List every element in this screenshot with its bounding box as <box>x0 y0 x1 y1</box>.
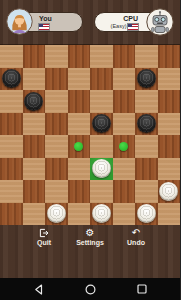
white-piece[interactable] <box>47 204 66 223</box>
board-square-e1[interactable] <box>90 203 113 226</box>
us-flag-icon <box>128 24 138 30</box>
board-square-b8[interactable] <box>23 45 46 68</box>
undo-label: Undo <box>127 239 145 246</box>
robot-avatar <box>146 8 174 40</box>
board-square-g7[interactable] <box>135 68 158 91</box>
board-square-f7[interactable] <box>113 68 136 91</box>
board-square-f2[interactable] <box>113 180 136 203</box>
move-hint-dot[interactable] <box>74 142 83 151</box>
board-square-b3[interactable] <box>23 158 46 181</box>
board <box>0 45 180 225</box>
quit-button[interactable]: Quit <box>22 228 66 246</box>
board-square-d5[interactable] <box>68 113 91 136</box>
board-square-a1[interactable] <box>0 203 23 226</box>
player-you-name: You <box>39 15 82 23</box>
board-square-b6[interactable] <box>23 90 46 113</box>
board-square-e2[interactable] <box>90 180 113 203</box>
board-square-d8[interactable] <box>68 45 91 68</box>
board-square-b1[interactable] <box>23 203 46 226</box>
black-piece[interactable] <box>137 114 156 133</box>
board-square-c8[interactable] <box>45 45 68 68</box>
black-piece[interactable] <box>137 69 156 88</box>
move-hint-dot[interactable] <box>119 142 128 151</box>
board-square-c5[interactable] <box>45 113 68 136</box>
board-square-a7[interactable] <box>0 68 23 91</box>
board-square-g5[interactable] <box>135 113 158 136</box>
home-icon[interactable] <box>84 283 96 295</box>
header: You CPU (Easy) <box>0 0 180 45</box>
player-cpu-name: CPU <box>95 15 138 23</box>
exit-icon <box>39 228 49 238</box>
board-square-e7[interactable] <box>90 68 113 91</box>
board-square-c7[interactable] <box>45 68 68 91</box>
quit-label: Quit <box>37 239 51 246</box>
white-piece-selected[interactable] <box>92 159 111 178</box>
board-square-g1[interactable] <box>135 203 158 226</box>
board-square-f8[interactable] <box>113 45 136 68</box>
board-square-a3[interactable] <box>0 158 23 181</box>
board-square-a8[interactable] <box>0 45 23 68</box>
app-screen: You CPU (Easy) <box>0 0 180 300</box>
recents-icon[interactable] <box>136 283 148 295</box>
board-square-g2[interactable] <box>135 180 158 203</box>
board-square-a4[interactable] <box>0 135 23 158</box>
board-square-g8[interactable] <box>135 45 158 68</box>
android-navbar <box>0 278 180 300</box>
white-piece[interactable] <box>92 204 111 223</box>
board-square-b5[interactable] <box>23 113 46 136</box>
board-square-d1[interactable] <box>68 203 91 226</box>
woman-avatar <box>6 8 33 39</box>
board-square-d4[interactable] <box>68 135 91 158</box>
board-square-c2[interactable] <box>45 180 68 203</box>
player-cpu-difficulty: (Easy) <box>111 23 127 29</box>
gear-icon: ⚙ <box>86 228 95 238</box>
board-square-b7[interactable] <box>23 68 46 91</box>
board-square-f1[interactable] <box>113 203 136 226</box>
board-square-h7[interactable] <box>158 68 181 91</box>
board-square-g4[interactable] <box>135 135 158 158</box>
board-square-h5[interactable] <box>158 113 181 136</box>
undo-icon: ↶ <box>132 228 140 238</box>
board-square-g6[interactable] <box>135 90 158 113</box>
black-piece[interactable] <box>24 92 43 111</box>
board-square-f5[interactable] <box>113 113 136 136</box>
board-square-b4[interactable] <box>23 135 46 158</box>
board-square-a6[interactable] <box>0 90 23 113</box>
board-square-b2[interactable] <box>23 180 46 203</box>
settings-button[interactable]: ⚙ Settings <box>68 228 112 246</box>
board-square-e6[interactable] <box>90 90 113 113</box>
board-square-h1[interactable] <box>158 203 181 226</box>
board-square-e3[interactable] <box>90 158 113 181</box>
black-piece[interactable] <box>92 114 111 133</box>
footer: Quit ⚙ Settings ↶ Undo <box>0 225 180 278</box>
board-square-c1[interactable] <box>45 203 68 226</box>
board-square-h6[interactable] <box>158 90 181 113</box>
black-piece[interactable] <box>2 69 21 88</box>
board-square-c3[interactable] <box>45 158 68 181</box>
board-square-g3[interactable] <box>135 158 158 181</box>
board-square-d7[interactable] <box>68 68 91 91</box>
white-piece[interactable] <box>137 204 156 223</box>
board-square-h3[interactable] <box>158 158 181 181</box>
board-square-h2[interactable] <box>158 180 181 203</box>
settings-label: Settings <box>76 239 104 246</box>
board-square-f4[interactable] <box>113 135 136 158</box>
board-square-d2[interactable] <box>68 180 91 203</box>
board-square-f3[interactable] <box>113 158 136 181</box>
board-square-c4[interactable] <box>45 135 68 158</box>
board-square-e5[interactable] <box>90 113 113 136</box>
board-square-a2[interactable] <box>0 180 23 203</box>
board-square-a5[interactable] <box>0 113 23 136</box>
toolbar: Quit ⚙ Settings ↶ Undo <box>0 228 180 246</box>
board-square-d3[interactable] <box>68 158 91 181</box>
board-square-f6[interactable] <box>113 90 136 113</box>
board-square-d6[interactable] <box>68 90 91 113</box>
back-icon[interactable] <box>32 283 44 295</box>
board-square-e8[interactable] <box>90 45 113 68</box>
board-square-h8[interactable] <box>158 45 181 68</box>
white-piece[interactable] <box>159 182 178 201</box>
us-flag-icon <box>39 24 49 30</box>
board-square-c6[interactable] <box>45 90 68 113</box>
undo-button[interactable]: ↶ Undo <box>114 228 158 246</box>
board-square-h4[interactable] <box>158 135 181 158</box>
board-square-e4[interactable] <box>90 135 113 158</box>
